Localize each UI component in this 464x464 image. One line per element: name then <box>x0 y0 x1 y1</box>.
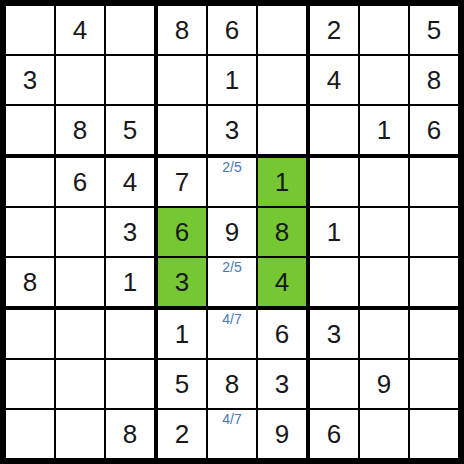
cell-value: 1 <box>275 169 289 195</box>
cell-r1c3[interactable] <box>106 6 154 54</box>
cell-r3c5[interactable]: 3 <box>208 106 256 154</box>
box-6: 1 <box>310 158 458 306</box>
cell-r3c3[interactable]: 5 <box>106 106 154 154</box>
cell-value: 3 <box>275 371 289 397</box>
box-8: 14/7658324/79 <box>158 310 306 458</box>
cell-value: 2 <box>327 17 341 43</box>
cell-r8c7[interactable] <box>310 360 358 408</box>
cell-value: 5 <box>123 117 137 143</box>
cell-value: 6 <box>327 421 341 447</box>
cell-r7c8[interactable] <box>360 310 408 358</box>
cell-r1c4[interactable]: 8 <box>158 6 206 54</box>
cell-value: 1 <box>377 117 391 143</box>
pencil-mark: 4/7 <box>208 412 256 426</box>
cell-r4c6[interactable]: 1 <box>258 158 306 206</box>
cell-r5c5[interactable]: 9 <box>208 208 256 256</box>
cell-r3c4[interactable] <box>158 106 206 154</box>
cell-r2c6[interactable] <box>258 56 306 104</box>
cell-r1c9[interactable]: 5 <box>410 6 458 54</box>
cell-value: 3 <box>123 219 137 245</box>
cell-value: 6 <box>427 117 441 143</box>
cell-value: 6 <box>175 219 189 245</box>
cell-value: 4 <box>73 17 87 43</box>
cell-value: 7 <box>175 169 189 195</box>
cell-value: 9 <box>377 371 391 397</box>
cell-value: 3 <box>175 269 189 295</box>
cell-value: 5 <box>427 17 441 43</box>
cell-r5c9[interactable] <box>410 208 458 256</box>
cell-value: 9 <box>225 219 239 245</box>
cell-r2c7[interactable]: 4 <box>310 56 358 104</box>
cell-r3c8[interactable]: 1 <box>360 106 408 154</box>
box-9: 396 <box>310 310 458 458</box>
cell-r7c1[interactable] <box>6 310 54 358</box>
cell-value: 3 <box>225 117 239 143</box>
cell-r9c2[interactable] <box>56 410 104 458</box>
cell-r1c1[interactable] <box>6 6 54 54</box>
cell-r5c7[interactable]: 1 <box>310 208 358 256</box>
cell-r8c8[interactable]: 9 <box>360 360 408 408</box>
cell-r6c6[interactable]: 4 <box>258 258 306 306</box>
cell-value: 8 <box>175 17 189 43</box>
cell-r9c3[interactable]: 8 <box>106 410 154 458</box>
cell-r6c3[interactable]: 1 <box>106 258 154 306</box>
cell-value: 8 <box>225 371 239 397</box>
cell-r5c3[interactable]: 3 <box>106 208 154 256</box>
cell-r4c3[interactable]: 4 <box>106 158 154 206</box>
cell-r6c7[interactable] <box>310 258 358 306</box>
cell-r9c6[interactable]: 9 <box>258 410 306 458</box>
cell-r7c4[interactable]: 1 <box>158 310 206 358</box>
cell-r3c1[interactable] <box>6 106 54 154</box>
cell-r1c7[interactable]: 2 <box>310 6 358 54</box>
cell-value: 6 <box>73 169 87 195</box>
cell-value: 4 <box>275 269 289 295</box>
cell-r7c2[interactable] <box>56 310 104 358</box>
cell-r5c8[interactable] <box>360 208 408 256</box>
cell-r3c2[interactable]: 8 <box>56 106 104 154</box>
cell-value: 8 <box>427 67 441 93</box>
cell-r8c1[interactable] <box>6 360 54 408</box>
cell-r2c9[interactable]: 8 <box>410 56 458 104</box>
cell-value: 8 <box>23 269 37 295</box>
cell-r9c7[interactable]: 6 <box>310 410 358 458</box>
box-3: 254816 <box>310 6 458 154</box>
cell-r5c6[interactable]: 8 <box>258 208 306 256</box>
cell-r7c7[interactable]: 3 <box>310 310 358 358</box>
box-5: 72/5169832/54 <box>158 158 306 306</box>
sudoku-board: 438586132548166438172/5169832/541814/765… <box>0 0 464 464</box>
cell-r6c1[interactable]: 8 <box>6 258 54 306</box>
box-1: 4385 <box>6 6 154 154</box>
cell-value: 4 <box>123 169 137 195</box>
cell-r4c8[interactable] <box>360 158 408 206</box>
cell-r9c4[interactable]: 2 <box>158 410 206 458</box>
box-7: 8 <box>6 310 154 458</box>
cell-r6c5[interactable]: 2/5 <box>208 258 256 306</box>
cell-r6c9[interactable] <box>410 258 458 306</box>
cell-r6c8[interactable] <box>360 258 408 306</box>
cell-value: 8 <box>73 117 87 143</box>
cell-value: 6 <box>275 321 289 347</box>
cell-r9c8[interactable] <box>360 410 408 458</box>
cell-value: 8 <box>123 421 137 447</box>
cell-r8c9[interactable] <box>410 360 458 408</box>
cell-r7c5[interactable]: 4/7 <box>208 310 256 358</box>
cell-r3c6[interactable] <box>258 106 306 154</box>
cell-r7c3[interactable] <box>106 310 154 358</box>
cell-r8c5[interactable]: 8 <box>208 360 256 408</box>
cell-r8c4[interactable]: 5 <box>158 360 206 408</box>
cell-r7c6[interactable]: 6 <box>258 310 306 358</box>
cell-value: 6 <box>225 17 239 43</box>
pencil-mark: 4/7 <box>208 312 256 326</box>
cell-r4c5[interactable]: 2/5 <box>208 158 256 206</box>
cell-r3c9[interactable]: 6 <box>410 106 458 154</box>
cell-r2c1[interactable]: 3 <box>6 56 54 104</box>
cell-value: 5 <box>175 371 189 397</box>
cell-r2c8[interactable] <box>360 56 408 104</box>
cell-value: 2 <box>175 421 189 447</box>
pencil-mark: 2/5 <box>208 160 256 174</box>
cell-r2c5[interactable]: 1 <box>208 56 256 104</box>
cell-r5c2[interactable] <box>56 208 104 256</box>
cell-value: 1 <box>123 269 137 295</box>
cell-r4c9[interactable] <box>410 158 458 206</box>
cell-r4c7[interactable] <box>310 158 358 206</box>
cell-value: 1 <box>175 321 189 347</box>
cell-r8c3[interactable] <box>106 360 154 408</box>
cell-r6c4[interactable]: 3 <box>158 258 206 306</box>
cell-r4c1[interactable] <box>6 158 54 206</box>
cell-value: 1 <box>327 219 341 245</box>
cell-r6c2[interactable] <box>56 258 104 306</box>
cell-value: 9 <box>275 421 289 447</box>
cell-r2c2[interactable] <box>56 56 104 104</box>
cell-r2c3[interactable] <box>106 56 154 104</box>
cell-r1c2[interactable]: 4 <box>56 6 104 54</box>
cell-r5c1[interactable] <box>6 208 54 256</box>
cell-value: 8 <box>275 219 289 245</box>
cell-r8c2[interactable] <box>56 360 104 408</box>
cell-r1c5[interactable]: 6 <box>208 6 256 54</box>
cell-r7c9[interactable] <box>410 310 458 358</box>
cell-r9c1[interactable] <box>6 410 54 458</box>
cell-r4c2[interactable]: 6 <box>56 158 104 206</box>
cell-r9c9[interactable] <box>410 410 458 458</box>
cell-r4c4[interactable]: 7 <box>158 158 206 206</box>
cell-r5c4[interactable]: 6 <box>158 208 206 256</box>
cell-r8c6[interactable]: 3 <box>258 360 306 408</box>
cell-r1c8[interactable] <box>360 6 408 54</box>
cell-value: 1 <box>225 67 239 93</box>
box-2: 8613 <box>158 6 306 154</box>
cell-value: 3 <box>327 321 341 347</box>
cell-value: 3 <box>23 67 37 93</box>
cell-r1c6[interactable] <box>258 6 306 54</box>
cell-r2c4[interactable] <box>158 56 206 104</box>
cell-r9c5[interactable]: 4/7 <box>208 410 256 458</box>
cell-value: 4 <box>327 67 341 93</box>
cell-r3c7[interactable] <box>310 106 358 154</box>
box-4: 64381 <box>6 158 154 306</box>
pencil-mark: 2/5 <box>208 260 256 274</box>
